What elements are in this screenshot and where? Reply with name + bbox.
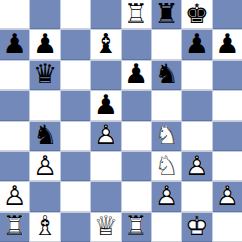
black-pawn-icon[interactable]: ♟ xyxy=(183,32,210,59)
piece-glyph-fill: ♟ xyxy=(3,30,27,57)
square-e6[interactable]: ♟ xyxy=(122,61,151,90)
square-b8[interactable] xyxy=(30,0,59,29)
square-c1[interactable] xyxy=(61,213,90,242)
square-b2[interactable] xyxy=(30,182,59,211)
square-d7[interactable]: ♝ xyxy=(91,30,120,59)
square-g7[interactable]: ♟ xyxy=(182,30,211,59)
square-a4[interactable] xyxy=(0,122,29,151)
square-c8[interactable] xyxy=(61,0,90,29)
square-c2[interactable] xyxy=(61,182,90,211)
square-f5[interactable] xyxy=(152,91,181,120)
square-e4[interactable] xyxy=(122,122,151,151)
square-f6[interactable]: ♞ xyxy=(152,61,181,90)
black-rook-icon[interactable]: ♜ xyxy=(153,1,180,28)
square-f3[interactable]: ♞♘ xyxy=(152,152,181,181)
black-pawn-icon[interactable]: ♟ xyxy=(32,32,59,59)
piece-glyph-outline: ♙ xyxy=(215,182,239,209)
square-a5[interactable] xyxy=(0,91,29,120)
square-h3[interactable] xyxy=(213,152,242,181)
square-g4[interactable] xyxy=(182,122,211,151)
piece-glyph-outline: ♖ xyxy=(3,213,27,240)
square-h4[interactable] xyxy=(213,122,242,151)
black-queen-icon[interactable]: ♛ xyxy=(32,62,59,89)
piece-glyph-outline: ♙ xyxy=(185,152,209,179)
piece-glyph-outline: ♘ xyxy=(154,152,178,179)
square-f7[interactable] xyxy=(152,30,181,59)
square-a3[interactable] xyxy=(0,152,29,181)
square-h2[interactable]: ♟♙ xyxy=(213,182,242,211)
white-rook-icon[interactable]: ♜♖ xyxy=(1,214,28,241)
black-pawn-icon[interactable]: ♟ xyxy=(92,92,119,119)
square-d6[interactable] xyxy=(91,61,120,90)
square-g5[interactable] xyxy=(182,91,211,120)
piece-glyph-fill: ♟ xyxy=(94,91,118,118)
square-f4[interactable]: ♞♘ xyxy=(152,122,181,151)
piece-glyph-outline: ♖ xyxy=(124,0,148,27)
piece-glyph-outline: ♖ xyxy=(124,213,148,240)
white-pawn-icon[interactable]: ♟♙ xyxy=(153,183,180,210)
square-b3[interactable]: ♟♙ xyxy=(30,152,59,181)
white-rook-icon[interactable]: ♜♖ xyxy=(123,1,150,28)
piece-glyph-fill: ♟ xyxy=(185,30,209,57)
square-b7[interactable]: ♟ xyxy=(30,30,59,59)
square-e5[interactable] xyxy=(122,91,151,120)
square-a1[interactable]: ♜♖ xyxy=(0,213,29,242)
square-a8[interactable] xyxy=(0,0,29,29)
square-d2[interactable] xyxy=(91,182,120,211)
square-c7[interactable] xyxy=(61,30,90,59)
square-a7[interactable]: ♟ xyxy=(0,30,29,59)
square-e1[interactable]: ♜♖ xyxy=(122,213,151,242)
square-g2[interactable] xyxy=(182,182,211,211)
square-h7[interactable]: ♟ xyxy=(213,30,242,59)
white-pawn-icon[interactable]: ♟♙ xyxy=(1,183,28,210)
black-pawn-icon[interactable]: ♟ xyxy=(123,62,150,89)
square-d5[interactable]: ♟ xyxy=(91,91,120,120)
chess-board: ♜♖♜♚♟♟♝♟♟♛♟♞♟♞♟♙♞♘♟♙♞♘♟♙♟♙♟♙♟♙♜♖♝♗♛♕♜♖♚♔ xyxy=(0,0,242,242)
piece-glyph-outline: ♘ xyxy=(154,122,178,149)
square-d4[interactable]: ♟♙ xyxy=(91,122,120,151)
piece-glyph-outline: ♕ xyxy=(94,213,118,240)
black-knight-icon[interactable]: ♞ xyxy=(32,123,59,150)
square-f8[interactable]: ♜ xyxy=(152,0,181,29)
square-d1[interactable]: ♛♕ xyxy=(91,213,120,242)
square-d3[interactable] xyxy=(91,152,120,181)
black-pawn-icon[interactable]: ♟ xyxy=(214,32,241,59)
white-queen-icon[interactable]: ♛♕ xyxy=(92,214,119,241)
piece-glyph-fill: ♞ xyxy=(154,61,178,88)
piece-glyph-outline: ♙ xyxy=(94,122,118,149)
piece-glyph-fill: ♞ xyxy=(33,122,57,149)
black-bishop-icon[interactable]: ♝ xyxy=(92,32,119,59)
black-pawn-icon[interactable]: ♟ xyxy=(1,32,28,59)
square-e7[interactable] xyxy=(122,30,151,59)
piece-glyph-outline: ♔ xyxy=(185,213,209,240)
piece-glyph-outline: ♙ xyxy=(154,182,178,209)
piece-glyph-fill: ♜ xyxy=(154,0,178,27)
piece-glyph-fill: ♚ xyxy=(185,0,209,27)
square-h8[interactable] xyxy=(213,0,242,29)
square-g6[interactable] xyxy=(182,61,211,90)
white-pawn-icon[interactable]: ♟♙ xyxy=(214,183,241,210)
square-f1[interactable] xyxy=(152,213,181,242)
square-b6[interactable]: ♛ xyxy=(30,61,59,90)
white-rook-icon[interactable]: ♜♖ xyxy=(123,214,150,241)
square-d8[interactable] xyxy=(91,0,120,29)
square-c3[interactable] xyxy=(61,152,90,181)
piece-glyph-fill: ♝ xyxy=(94,30,118,57)
white-king-icon[interactable]: ♚♔ xyxy=(183,214,210,241)
square-e2[interactable] xyxy=(122,182,151,211)
black-king-icon[interactable]: ♚ xyxy=(183,1,210,28)
white-knight-icon[interactable]: ♞♘ xyxy=(153,123,180,150)
square-a6[interactable] xyxy=(0,61,29,90)
white-pawn-icon[interactable]: ♟♙ xyxy=(183,153,210,180)
square-f2[interactable]: ♟♙ xyxy=(152,182,181,211)
piece-glyph-outline: ♙ xyxy=(33,152,57,179)
square-c5[interactable] xyxy=(61,91,90,120)
white-knight-icon[interactable]: ♞♘ xyxy=(153,153,180,180)
white-bishop-icon[interactable]: ♝♗ xyxy=(32,214,59,241)
piece-glyph-outline: ♗ xyxy=(33,213,57,240)
piece-glyph-outline: ♙ xyxy=(3,182,27,209)
square-h1[interactable] xyxy=(213,213,242,242)
square-h5[interactable] xyxy=(213,91,242,120)
square-b1[interactable]: ♝♗ xyxy=(30,213,59,242)
piece-glyph-fill: ♟ xyxy=(33,30,57,57)
square-e8[interactable]: ♜♖ xyxy=(122,0,151,29)
piece-glyph-fill: ♟ xyxy=(124,61,148,88)
square-g3[interactable]: ♟♙ xyxy=(182,152,211,181)
square-c6[interactable] xyxy=(61,61,90,90)
square-c4[interactable] xyxy=(61,122,90,151)
square-b5[interactable] xyxy=(30,91,59,120)
square-b4[interactable]: ♞ xyxy=(30,122,59,151)
square-a2[interactable]: ♟♙ xyxy=(0,182,29,211)
piece-glyph-fill: ♟ xyxy=(215,30,239,57)
square-h6[interactable] xyxy=(213,61,242,90)
piece-glyph-fill: ♛ xyxy=(33,61,57,88)
square-g8[interactable]: ♚ xyxy=(182,0,211,29)
black-knight-icon[interactable]: ♞ xyxy=(153,62,180,89)
square-g1[interactable]: ♚♔ xyxy=(182,213,211,242)
square-e3[interactable] xyxy=(122,152,151,181)
white-pawn-icon[interactable]: ♟♙ xyxy=(32,153,59,180)
white-pawn-icon[interactable]: ♟♙ xyxy=(92,123,119,150)
